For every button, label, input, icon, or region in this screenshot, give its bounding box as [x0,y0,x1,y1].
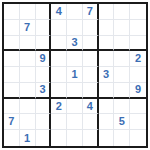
sudoku-cell-r5c2[interactable] [20,67,36,83]
sudoku-cell-r2c7[interactable] [99,20,115,36]
sudoku-cell-r9c1[interactable] [4,130,20,146]
sudoku-cell-r5c6[interactable] [83,67,99,83]
sudoku-cell-r3c9[interactable] [130,36,146,52]
sudoku-cell-r4c2[interactable] [20,51,36,67]
sudoku-cell-r6c2[interactable] [20,83,36,99]
sudoku-cell-r8c5[interactable] [67,114,83,130]
sudoku-cell-r8c2[interactable] [20,114,36,130]
sudoku-cell-r4c9[interactable]: 2 [130,51,146,67]
sudoku-cell-r2c6[interactable] [83,20,99,36]
sudoku-cell-r7c7[interactable] [99,99,115,115]
sudoku-cell-r7c2[interactable] [20,99,36,115]
sudoku-cell-r8c3[interactable] [36,114,52,130]
sudoku-cell-r2c1[interactable] [4,20,20,36]
sudoku-cell-r8c4[interactable] [51,114,67,130]
sudoku-cell-r9c7[interactable] [99,130,115,146]
sudoku-cell-r6c1[interactable] [4,83,20,99]
sudoku-cell-r6c9[interactable]: 9 [130,83,146,99]
sudoku-cell-r1c1[interactable] [4,4,20,20]
sudoku-cell-r3c7[interactable] [99,36,115,52]
sudoku-cell-r5c4[interactable] [51,67,67,83]
sudoku-cell-r9c9[interactable] [130,130,146,146]
sudoku-board: 477392133924751 [2,2,148,148]
sudoku-cell-r3c6[interactable] [83,36,99,52]
sudoku-cell-r1c5[interactable] [67,4,83,20]
sudoku-cell-r1c3[interactable] [36,4,52,20]
sudoku-cell-r6c4[interactable] [51,83,67,99]
sudoku-cell-r7c8[interactable] [114,99,130,115]
sudoku-cell-r2c2[interactable]: 7 [20,20,36,36]
sudoku-cell-r5c9[interactable] [130,67,146,83]
sudoku-cell-r8c1[interactable]: 7 [4,114,20,130]
sudoku-cell-r1c2[interactable] [20,4,36,20]
sudoku-cell-r9c4[interactable] [51,130,67,146]
sudoku-cell-r9c6[interactable] [83,130,99,146]
sudoku-cell-r3c4[interactable] [51,36,67,52]
sudoku-cell-r4c8[interactable] [114,51,130,67]
sudoku-cell-r6c8[interactable] [114,83,130,99]
sudoku-cell-r6c5[interactable] [67,83,83,99]
sudoku-cell-r9c2[interactable]: 1 [20,130,36,146]
sudoku-cell-r5c3[interactable] [36,67,52,83]
sudoku-cell-r1c4[interactable]: 4 [51,4,67,20]
sudoku-cell-r6c3[interactable]: 3 [36,83,52,99]
sudoku-cell-r8c8[interactable]: 5 [114,114,130,130]
sudoku-cell-r8c6[interactable] [83,114,99,130]
sudoku-cell-r4c4[interactable] [51,51,67,67]
sudoku-cell-r1c7[interactable] [99,4,115,20]
sudoku-cell-r7c9[interactable] [130,99,146,115]
sudoku-cell-r4c1[interactable] [4,51,20,67]
sudoku-board-container: 477392133924751 [2,2,148,148]
sudoku-cell-r5c1[interactable] [4,67,20,83]
sudoku-cell-r6c7[interactable] [99,83,115,99]
sudoku-cell-r7c6[interactable]: 4 [83,99,99,115]
sudoku-cell-r7c4[interactable]: 2 [51,99,67,115]
sudoku-cell-r3c3[interactable] [36,36,52,52]
sudoku-cell-r8c9[interactable] [130,114,146,130]
sudoku-cell-r2c9[interactable] [130,20,146,36]
sudoku-cell-r2c4[interactable] [51,20,67,36]
sudoku-cell-r3c8[interactable] [114,36,130,52]
sudoku-cell-r4c7[interactable] [99,51,115,67]
sudoku-cell-r3c5[interactable]: 3 [67,36,83,52]
sudoku-cell-r9c3[interactable] [36,130,52,146]
sudoku-cell-r1c9[interactable] [130,4,146,20]
sudoku-cell-r2c5[interactable] [67,20,83,36]
sudoku-cell-r4c3[interactable]: 9 [36,51,52,67]
sudoku-cell-r9c5[interactable] [67,130,83,146]
sudoku-cell-r2c8[interactable] [114,20,130,36]
sudoku-cell-r3c1[interactable] [4,36,20,52]
sudoku-cell-r4c6[interactable] [83,51,99,67]
sudoku-cell-r3c2[interactable] [20,36,36,52]
sudoku-cell-r7c1[interactable] [4,99,20,115]
sudoku-cell-r1c6[interactable]: 7 [83,4,99,20]
sudoku-cell-r9c8[interactable] [114,130,130,146]
sudoku-cell-r4c5[interactable] [67,51,83,67]
sudoku-cell-r5c7[interactable]: 3 [99,67,115,83]
sudoku-cell-r5c8[interactable] [114,67,130,83]
sudoku-cell-r5c5[interactable]: 1 [67,67,83,83]
sudoku-cell-r7c3[interactable] [36,99,52,115]
sudoku-cell-r1c8[interactable] [114,4,130,20]
sudoku-cell-r7c5[interactable] [67,99,83,115]
sudoku-cell-r6c6[interactable] [83,83,99,99]
sudoku-cell-r8c7[interactable] [99,114,115,130]
sudoku-cell-r2c3[interactable] [36,20,52,36]
